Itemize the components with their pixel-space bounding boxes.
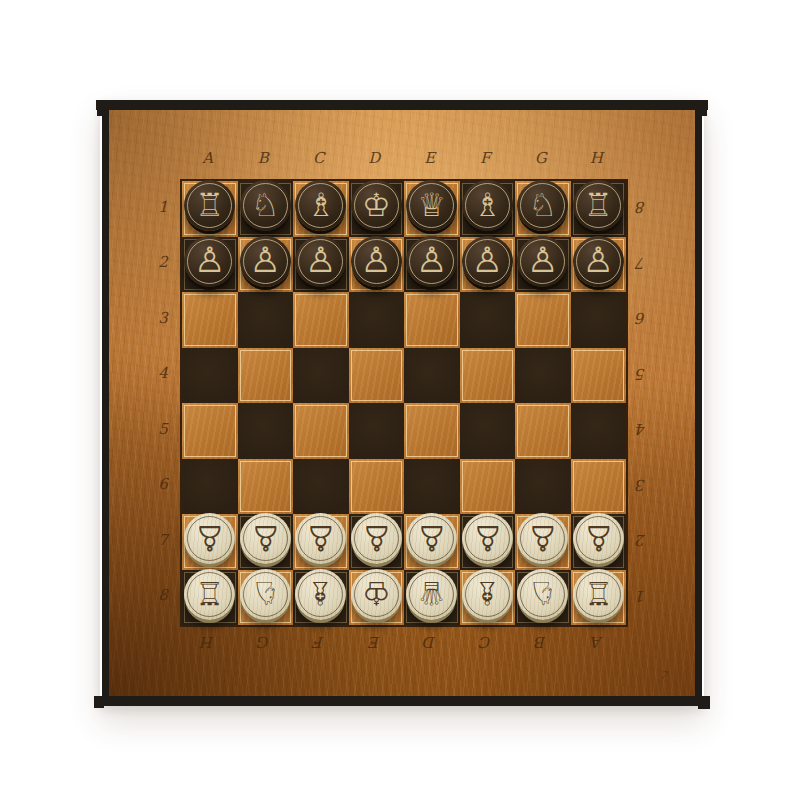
light-king-disc[interactable]: ♔ — [351, 569, 402, 620]
dark-rook-disc[interactable]: ♖ — [184, 180, 235, 231]
rook-glyph: ♖ — [195, 189, 224, 221]
pawn-glyph: ♙ — [361, 243, 392, 278]
light-pawn-disc[interactable]: ♙ — [517, 513, 568, 564]
square-a6[interactable] — [182, 459, 238, 515]
bishop-glyph: ♗ — [306, 189, 335, 221]
dark-pawn-disc[interactable]: ♙ — [517, 236, 568, 287]
file-label-d: D — [347, 145, 403, 171]
square-f5[interactable] — [460, 403, 516, 459]
queen-glyph: ♕ — [417, 577, 446, 609]
pawn-glyph: ♙ — [361, 520, 392, 555]
pawn-glyph: ♙ — [194, 520, 225, 555]
rank-label-3: 3 — [150, 290, 176, 346]
rank-label-6: 6 — [628, 290, 654, 346]
square-g7[interactable]: ♙ — [515, 514, 571, 570]
pawn-glyph: ♙ — [527, 520, 558, 555]
knight-glyph: ♘ — [251, 189, 280, 221]
square-e1[interactable]: ♕ — [404, 181, 460, 237]
pawn-glyph: ♙ — [250, 520, 281, 555]
pawn-glyph: ♙ — [305, 520, 336, 555]
dark-king-disc[interactable]: ♔ — [351, 180, 402, 231]
bishop-glyph: ♗ — [306, 577, 335, 609]
king-glyph: ♔ — [362, 577, 391, 609]
square-f2[interactable]: ♙ — [460, 237, 516, 293]
board-edge-bottom — [96, 696, 708, 706]
square-e8[interactable]: ♕ — [404, 570, 460, 626]
square-e2[interactable]: ♙ — [404, 237, 460, 293]
dark-pawn-disc[interactable]: ♙ — [295, 236, 346, 287]
rank-label-8: 8 — [628, 179, 654, 235]
light-pawn-disc[interactable]: ♙ — [351, 513, 402, 564]
dark-pawn-disc[interactable]: ♙ — [240, 236, 291, 287]
dark-queen-disc[interactable]: ♕ — [406, 180, 457, 231]
square-h3[interactable] — [571, 292, 627, 348]
square-d2[interactable]: ♙ — [349, 237, 405, 293]
square-e3[interactable] — [404, 292, 460, 348]
file-label-h: H — [180, 629, 236, 655]
file-label-h: H — [569, 145, 625, 171]
square-d8[interactable]: ♔ — [349, 570, 405, 626]
rank-label-4: 4 — [150, 346, 176, 402]
square-c7[interactable]: ♙ — [293, 514, 349, 570]
square-a7[interactable]: ♙ — [182, 514, 238, 570]
file-labels-top: ABCDEFGH — [180, 145, 624, 171]
square-d1[interactable]: ♔ — [349, 181, 405, 237]
dark-pawn-disc[interactable]: ♙ — [184, 236, 235, 287]
square-f3[interactable] — [460, 292, 516, 348]
square-d6[interactable] — [349, 459, 405, 515]
square-b5[interactable] — [238, 403, 294, 459]
square-h8[interactable]: ♖ — [571, 570, 627, 626]
square-d7[interactable]: ♙ — [349, 514, 405, 570]
dark-knight-disc[interactable]: ♘ — [240, 180, 291, 231]
pawn-glyph: ♙ — [194, 243, 225, 278]
rank-label-1: 1 — [150, 179, 176, 235]
dark-knight-disc[interactable]: ♘ — [517, 180, 568, 231]
square-f8[interactable]: ♗ — [460, 570, 516, 626]
dark-rook-disc[interactable]: ♖ — [573, 180, 624, 231]
square-f7[interactable]: ♙ — [460, 514, 516, 570]
square-h5[interactable] — [571, 403, 627, 459]
square-c5[interactable] — [293, 403, 349, 459]
file-label-g: G — [513, 145, 569, 171]
rank-label-5: 5 — [628, 346, 654, 402]
knight-glyph: ♘ — [251, 577, 280, 609]
square-b6[interactable] — [238, 459, 294, 515]
board-surface: ABCDEFGH HGFEDCBA 12345678 87654321 ♖♘♗♔… — [108, 109, 696, 697]
board-edge-left — [102, 109, 109, 697]
square-b3[interactable] — [238, 292, 294, 348]
square-a1[interactable]: ♖ — [182, 181, 238, 237]
dark-pawn-disc[interactable]: ♙ — [573, 236, 624, 287]
square-c2[interactable]: ♙ — [293, 237, 349, 293]
square-e5[interactable] — [404, 403, 460, 459]
square-b8[interactable]: ♘ — [238, 570, 294, 626]
square-h6[interactable] — [571, 459, 627, 515]
rook-glyph: ♖ — [584, 577, 613, 609]
light-pawn-disc[interactable]: ♙ — [406, 513, 457, 564]
file-label-a: A — [180, 145, 236, 171]
knight-glyph: ♘ — [528, 577, 557, 609]
square-h4[interactable] — [571, 348, 627, 404]
square-c3[interactable] — [293, 292, 349, 348]
square-c1[interactable]: ♗ — [293, 181, 349, 237]
square-e6[interactable] — [404, 459, 460, 515]
file-label-b: B — [513, 629, 569, 655]
square-b1[interactable]: ♘ — [238, 181, 294, 237]
light-pawn-disc[interactable]: ♙ — [573, 513, 624, 564]
rank-label-1: 1 — [628, 568, 654, 624]
pawn-glyph: ♙ — [472, 243, 503, 278]
square-g2[interactable]: ♙ — [515, 237, 571, 293]
file-label-f: F — [291, 629, 347, 655]
square-a5[interactable] — [182, 403, 238, 459]
square-e4[interactable] — [404, 348, 460, 404]
knight-glyph: ♘ — [528, 189, 557, 221]
file-label-e: E — [347, 629, 403, 655]
light-knight-disc[interactable]: ♘ — [517, 569, 568, 620]
square-e7[interactable]: ♙ — [404, 514, 460, 570]
light-rook-disc[interactable]: ♖ — [573, 569, 624, 620]
pawn-glyph: ♙ — [472, 520, 503, 555]
file-label-a: A — [569, 629, 625, 655]
light-bishop-disc[interactable]: ♗ — [295, 569, 346, 620]
bishop-glyph: ♗ — [473, 189, 502, 221]
rank-label-7: 7 — [628, 235, 654, 291]
chess-board: ABCDEFGH HGFEDCBA 12345678 87654321 ♖♘♗♔… — [100, 100, 704, 706]
bishop-glyph: ♗ — [473, 577, 502, 609]
rook-glyph: ♖ — [584, 189, 613, 221]
dark-pawn-disc[interactable]: ♙ — [462, 236, 513, 287]
square-g8[interactable]: ♘ — [515, 570, 571, 626]
square-g3[interactable] — [515, 292, 571, 348]
dark-pawn-disc[interactable]: ♙ — [351, 236, 402, 287]
board-grid: ♖♘♗♔♕♗♘♖♙♙♙♙♙♙♙♙♙♙♙♙♙♙♙♙♖♘♗♔♕♗♘♖ — [180, 179, 628, 627]
rank-labels-right: 87654321 — [628, 179, 654, 623]
light-pawn-disc[interactable]: ♙ — [295, 513, 346, 564]
file-label-g: G — [236, 629, 292, 655]
file-label-d: D — [402, 629, 458, 655]
square-h7[interactable]: ♙ — [571, 514, 627, 570]
rook-glyph: ♖ — [195, 577, 224, 609]
rank-label-3: 3 — [628, 457, 654, 513]
square-c8[interactable]: ♗ — [293, 570, 349, 626]
rank-labels-left: 12345678 — [150, 179, 176, 623]
pawn-glyph: ♙ — [416, 243, 447, 278]
rank-label-4: 4 — [628, 401, 654, 457]
square-d4[interactable] — [349, 348, 405, 404]
king-glyph: ♔ — [362, 189, 391, 221]
rank-label-2: 2 — [150, 235, 176, 291]
faint-scratch-mark: 7 — [659, 669, 668, 683]
square-f6[interactable] — [460, 459, 516, 515]
pawn-glyph: ♙ — [305, 243, 336, 278]
square-b2[interactable]: ♙ — [238, 237, 294, 293]
rank-label-2: 2 — [628, 512, 654, 568]
file-label-f: F — [458, 145, 514, 171]
pawn-glyph: ♙ — [527, 243, 558, 278]
square-f1[interactable]: ♗ — [460, 181, 516, 237]
dark-bishop-disc[interactable]: ♗ — [295, 180, 346, 231]
square-a2[interactable]: ♙ — [182, 237, 238, 293]
square-b7[interactable]: ♙ — [238, 514, 294, 570]
square-a8[interactable]: ♖ — [182, 570, 238, 626]
file-label-c: C — [458, 629, 514, 655]
pawn-glyph: ♙ — [250, 243, 281, 278]
square-c6[interactable] — [293, 459, 349, 515]
pawn-glyph: ♙ — [416, 520, 447, 555]
board-edge-right — [695, 109, 702, 697]
dark-bishop-disc[interactable]: ♗ — [462, 180, 513, 231]
square-h1[interactable]: ♖ — [571, 181, 627, 237]
rank-label-8: 8 — [150, 568, 176, 624]
square-c4[interactable] — [293, 348, 349, 404]
file-label-c: C — [291, 145, 347, 171]
rank-label-7: 7 — [150, 512, 176, 568]
light-knight-disc[interactable]: ♘ — [240, 569, 291, 620]
file-labels-bottom: HGFEDCBA — [180, 629, 624, 655]
square-g5[interactable] — [515, 403, 571, 459]
square-g4[interactable] — [515, 348, 571, 404]
square-b4[interactable] — [238, 348, 294, 404]
square-f4[interactable] — [460, 348, 516, 404]
square-d5[interactable] — [349, 403, 405, 459]
pawn-glyph: ♙ — [583, 243, 614, 278]
queen-glyph: ♕ — [417, 189, 446, 221]
square-a3[interactable] — [182, 292, 238, 348]
square-g1[interactable]: ♘ — [515, 181, 571, 237]
board-edge-top — [96, 100, 708, 110]
dark-pawn-disc[interactable]: ♙ — [406, 236, 457, 287]
file-label-e: E — [402, 145, 458, 171]
light-pawn-disc[interactable]: ♙ — [240, 513, 291, 564]
light-queen-disc[interactable]: ♕ — [406, 569, 457, 620]
product-photo: ABCDEFGH HGFEDCBA 12345678 87654321 ♖♘♗♔… — [0, 0, 800, 800]
pawn-glyph: ♙ — [583, 520, 614, 555]
square-g6[interactable] — [515, 459, 571, 515]
light-rook-disc[interactable]: ♖ — [184, 569, 235, 620]
light-pawn-disc[interactable]: ♙ — [184, 513, 235, 564]
square-a4[interactable] — [182, 348, 238, 404]
square-h2[interactable]: ♙ — [571, 237, 627, 293]
light-pawn-disc[interactable]: ♙ — [462, 513, 513, 564]
rank-label-5: 5 — [150, 401, 176, 457]
light-bishop-disc[interactable]: ♗ — [462, 569, 513, 620]
rank-label-6: 6 — [150, 457, 176, 513]
square-d3[interactable] — [349, 292, 405, 348]
file-label-b: B — [236, 145, 292, 171]
